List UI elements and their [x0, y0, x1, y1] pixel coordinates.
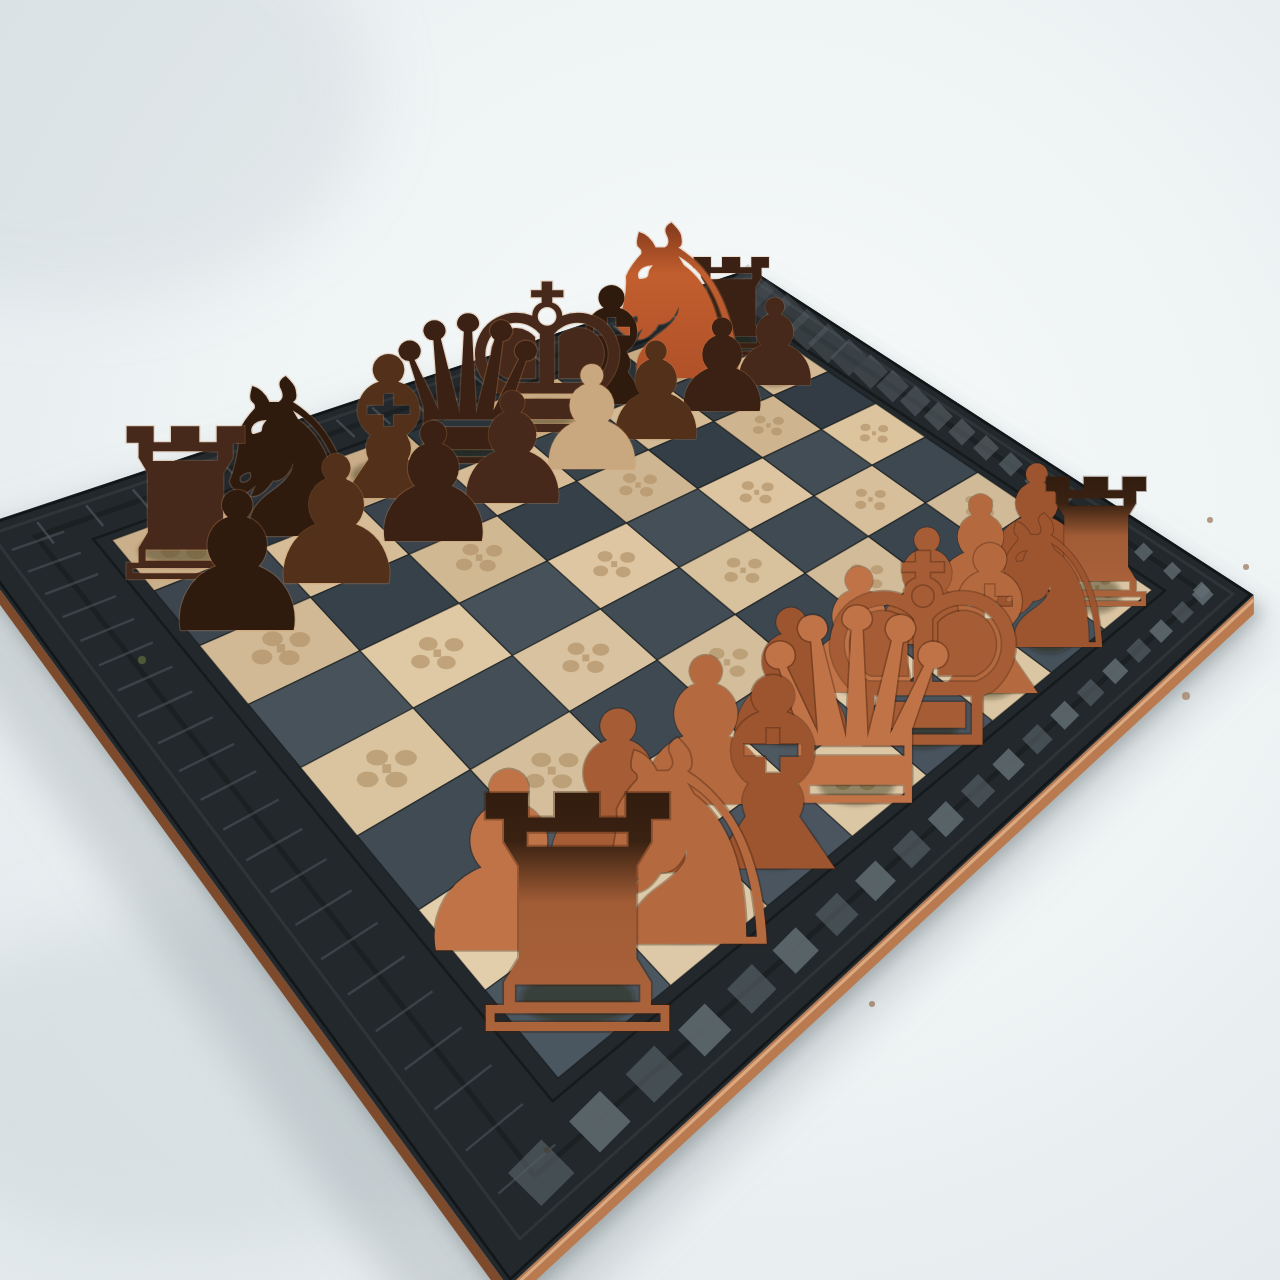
flower-center	[434, 649, 442, 657]
flower-petal	[366, 750, 388, 766]
flower-petal	[445, 638, 464, 652]
flower-petal	[860, 424, 870, 431]
dust-speck	[1207, 517, 1213, 523]
flower-petal	[759, 495, 771, 504]
flower-petal	[419, 637, 438, 651]
piece-white-rook-a1: ♜	[431, 728, 723, 1108]
flower-petal	[437, 656, 456, 670]
flower-petal	[357, 771, 379, 787]
dust-speck	[544, 1147, 550, 1153]
flower-center	[382, 764, 391, 773]
flower-center	[872, 431, 876, 435]
dust-speck	[138, 656, 146, 664]
dust-speck	[1182, 692, 1190, 700]
flower-center	[611, 561, 617, 567]
dust-speck	[1243, 564, 1249, 570]
flower-petal	[877, 436, 887, 443]
flower-petal	[620, 552, 635, 563]
flower-petal	[762, 482, 774, 491]
piece-black-pawn-a7: ♟	[151, 452, 323, 675]
flower-petal	[593, 565, 608, 576]
flower-center	[582, 654, 589, 661]
flower-petal	[878, 425, 888, 432]
flower-petal	[568, 643, 585, 655]
flower-petal	[740, 493, 752, 502]
flower-petal	[598, 551, 613, 562]
photo-stage: ♜♞♟♝♟♚♟♛♟♝♟♞♟♜♟♟♟♜♟♟♞♟♝♟♚♟♛♟♝♞♟♜	[0, 0, 1280, 1280]
flower-petal	[411, 655, 430, 669]
flower-petal	[742, 481, 754, 490]
dust-speck	[869, 1001, 875, 1007]
flower-center	[754, 490, 759, 495]
flower-petal	[616, 567, 631, 578]
flower-petal	[592, 643, 609, 655]
carved-chess-set-photo: ♜♞♟♝♟♚♟♛♟♝♟♞♟♜♟♟♟♜♟♟♞♟♝♟♚♟♛♟♝♞♟♜	[0, 0, 1280, 1280]
flower-petal	[860, 434, 870, 441]
